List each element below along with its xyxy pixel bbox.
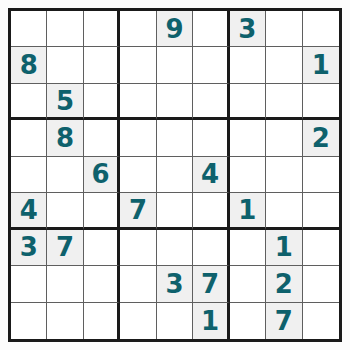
cell-r2c7[interactable] xyxy=(230,47,266,83)
cell-r5c5[interactable] xyxy=(157,157,193,193)
cell-r6c1[interactable]: 4 xyxy=(11,193,47,229)
cell-r4c1[interactable] xyxy=(11,120,47,156)
cell-r2c2[interactable] xyxy=(47,47,83,83)
cell-r4c5[interactable] xyxy=(157,120,193,156)
cell-r7c9[interactable] xyxy=(303,230,339,266)
cell-r6c4[interactable]: 7 xyxy=(120,193,156,229)
cell-r5c6[interactable]: 4 xyxy=(193,157,229,193)
cell-r7c6[interactable] xyxy=(193,230,229,266)
cell-r7c8[interactable]: 1 xyxy=(266,230,302,266)
cell-r3c1[interactable] xyxy=(11,84,47,120)
cell-r1c8[interactable] xyxy=(266,11,302,47)
cell-r8c5[interactable]: 3 xyxy=(157,266,193,302)
cell-r5c8[interactable] xyxy=(266,157,302,193)
cell-r6c6[interactable] xyxy=(193,193,229,229)
cell-r8c8[interactable]: 2 xyxy=(266,266,302,302)
cell-r2c5[interactable] xyxy=(157,47,193,83)
cell-r7c4[interactable] xyxy=(120,230,156,266)
cell-r6c3[interactable] xyxy=(84,193,120,229)
cell-r3c2[interactable]: 5 xyxy=(47,84,83,120)
cell-r1c6[interactable] xyxy=(193,11,229,47)
cell-r6c8[interactable] xyxy=(266,193,302,229)
cell-r9c5[interactable] xyxy=(157,303,193,339)
cell-r7c3[interactable] xyxy=(84,230,120,266)
cell-r4c4[interactable] xyxy=(120,120,156,156)
cell-r9c9[interactable] xyxy=(303,303,339,339)
cell-r9c6[interactable]: 1 xyxy=(193,303,229,339)
cell-r3c4[interactable] xyxy=(120,84,156,120)
cell-r6c9[interactable] xyxy=(303,193,339,229)
cell-r9c1[interactable] xyxy=(11,303,47,339)
cell-r6c7[interactable]: 1 xyxy=(230,193,266,229)
cell-r1c3[interactable] xyxy=(84,11,120,47)
cell-r1c2[interactable] xyxy=(47,11,83,47)
cell-r7c1[interactable]: 3 xyxy=(11,230,47,266)
cell-r8c6[interactable]: 7 xyxy=(193,266,229,302)
cell-r4c6[interactable] xyxy=(193,120,229,156)
cell-r5c7[interactable] xyxy=(230,157,266,193)
cell-r2c8[interactable] xyxy=(266,47,302,83)
cell-r4c2[interactable]: 8 xyxy=(47,120,83,156)
cell-r3c6[interactable] xyxy=(193,84,229,120)
cell-r7c5[interactable] xyxy=(157,230,193,266)
cell-r2c6[interactable] xyxy=(193,47,229,83)
cell-r5c2[interactable] xyxy=(47,157,83,193)
cell-r3c3[interactable] xyxy=(84,84,120,120)
cell-r8c3[interactable] xyxy=(84,266,120,302)
cell-r9c7[interactable] xyxy=(230,303,266,339)
cell-r4c8[interactable] xyxy=(266,120,302,156)
cell-r1c7[interactable]: 3 xyxy=(230,11,266,47)
cell-r8c1[interactable] xyxy=(11,266,47,302)
cell-r3c8[interactable] xyxy=(266,84,302,120)
cell-r9c3[interactable] xyxy=(84,303,120,339)
cell-r6c5[interactable] xyxy=(157,193,193,229)
cell-r1c9[interactable] xyxy=(303,11,339,47)
cell-r5c9[interactable] xyxy=(303,157,339,193)
cell-r2c1[interactable]: 8 xyxy=(11,47,47,83)
cell-r6c2[interactable] xyxy=(47,193,83,229)
cell-r2c9[interactable]: 1 xyxy=(303,47,339,83)
cell-r1c1[interactable] xyxy=(11,11,47,47)
cell-r4c9[interactable]: 2 xyxy=(303,120,339,156)
cell-r8c2[interactable] xyxy=(47,266,83,302)
cell-r9c2[interactable] xyxy=(47,303,83,339)
cell-r8c9[interactable] xyxy=(303,266,339,302)
cell-r5c3[interactable]: 6 xyxy=(84,157,120,193)
cell-r4c3[interactable] xyxy=(84,120,120,156)
cell-r1c4[interactable] xyxy=(120,11,156,47)
cell-r7c2[interactable]: 7 xyxy=(47,230,83,266)
sudoku-board: 93815826447137137217 xyxy=(8,8,342,342)
cell-r9c8[interactable]: 7 xyxy=(266,303,302,339)
cell-r3c9[interactable] xyxy=(303,84,339,120)
cell-r5c1[interactable] xyxy=(11,157,47,193)
cell-r2c3[interactable] xyxy=(84,47,120,83)
cell-r4c7[interactable] xyxy=(230,120,266,156)
cell-r1c5[interactable]: 9 xyxy=(157,11,193,47)
cell-r2c4[interactable] xyxy=(120,47,156,83)
cell-r8c4[interactable] xyxy=(120,266,156,302)
cell-r9c4[interactable] xyxy=(120,303,156,339)
cell-r3c7[interactable] xyxy=(230,84,266,120)
cell-r8c7[interactable] xyxy=(230,266,266,302)
cell-r3c5[interactable] xyxy=(157,84,193,120)
cell-r7c7[interactable] xyxy=(230,230,266,266)
cell-r5c4[interactable] xyxy=(120,157,156,193)
